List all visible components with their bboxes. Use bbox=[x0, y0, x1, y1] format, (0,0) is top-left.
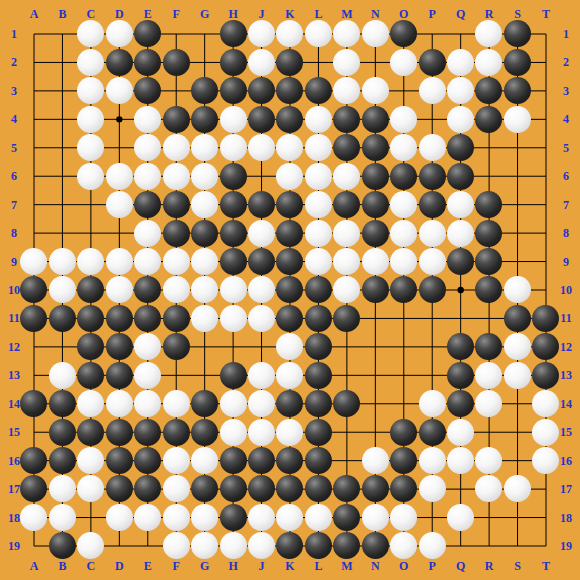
intersection-O5[interactable] bbox=[389, 134, 417, 162]
intersection-T14[interactable] bbox=[532, 389, 560, 417]
intersection-T5[interactable] bbox=[532, 134, 560, 162]
intersection-O19[interactable] bbox=[389, 532, 417, 560]
intersection-G3[interactable] bbox=[190, 77, 218, 105]
intersection-F16[interactable] bbox=[162, 446, 190, 474]
intersection-A2[interactable] bbox=[20, 48, 48, 76]
intersection-M2[interactable] bbox=[333, 48, 361, 76]
intersection-D7[interactable] bbox=[105, 190, 133, 218]
intersection-L13[interactable] bbox=[304, 361, 332, 389]
intersection-K17[interactable] bbox=[276, 475, 304, 503]
intersection-G6[interactable] bbox=[190, 162, 218, 190]
intersection-O18[interactable] bbox=[389, 503, 417, 531]
intersection-E6[interactable] bbox=[134, 162, 162, 190]
intersection-Q9[interactable] bbox=[446, 247, 474, 275]
intersection-A16[interactable] bbox=[20, 446, 48, 474]
intersection-L3[interactable] bbox=[304, 77, 332, 105]
intersection-H1[interactable] bbox=[219, 20, 247, 48]
intersection-S19[interactable] bbox=[503, 532, 531, 560]
intersection-S12[interactable] bbox=[503, 333, 531, 361]
intersection-L9[interactable] bbox=[304, 247, 332, 275]
intersection-M17[interactable] bbox=[333, 475, 361, 503]
intersection-T9[interactable] bbox=[532, 247, 560, 275]
intersection-K18[interactable] bbox=[276, 503, 304, 531]
intersection-P3[interactable] bbox=[418, 77, 446, 105]
intersection-S16[interactable] bbox=[503, 446, 531, 474]
intersection-K11[interactable] bbox=[276, 304, 304, 332]
intersection-D12[interactable] bbox=[105, 333, 133, 361]
intersection-L17[interactable] bbox=[304, 475, 332, 503]
intersection-O7[interactable] bbox=[389, 190, 417, 218]
intersection-N1[interactable] bbox=[361, 20, 389, 48]
intersection-C12[interactable] bbox=[77, 333, 105, 361]
intersection-T19[interactable] bbox=[532, 532, 560, 560]
intersection-N18[interactable] bbox=[361, 503, 389, 531]
intersection-A10[interactable] bbox=[20, 276, 48, 304]
intersection-G14[interactable] bbox=[190, 389, 218, 417]
intersection-F9[interactable] bbox=[162, 247, 190, 275]
intersection-P6[interactable] bbox=[418, 162, 446, 190]
intersection-M19[interactable] bbox=[333, 532, 361, 560]
intersection-J6[interactable] bbox=[247, 162, 275, 190]
intersection-M13[interactable] bbox=[333, 361, 361, 389]
intersection-H15[interactable] bbox=[219, 418, 247, 446]
intersection-D10[interactable] bbox=[105, 276, 133, 304]
intersection-N7[interactable] bbox=[361, 190, 389, 218]
intersection-T10[interactable] bbox=[532, 276, 560, 304]
intersection-D19[interactable] bbox=[105, 532, 133, 560]
intersection-T11[interactable] bbox=[532, 304, 560, 332]
intersection-R12[interactable] bbox=[475, 333, 503, 361]
intersection-F7[interactable] bbox=[162, 190, 190, 218]
intersection-S6[interactable] bbox=[503, 162, 531, 190]
intersection-L11[interactable] bbox=[304, 304, 332, 332]
intersection-J19[interactable] bbox=[247, 532, 275, 560]
intersection-B3[interactable] bbox=[48, 77, 76, 105]
intersection-S9[interactable] bbox=[503, 247, 531, 275]
intersection-T16[interactable] bbox=[532, 446, 560, 474]
intersection-G5[interactable] bbox=[190, 134, 218, 162]
intersection-S1[interactable] bbox=[503, 20, 531, 48]
intersection-N8[interactable] bbox=[361, 219, 389, 247]
intersection-H19[interactable] bbox=[219, 532, 247, 560]
intersection-D17[interactable] bbox=[105, 475, 133, 503]
intersection-T13[interactable] bbox=[532, 361, 560, 389]
intersection-P4[interactable] bbox=[418, 105, 446, 133]
intersection-O8[interactable] bbox=[389, 219, 417, 247]
intersection-M7[interactable] bbox=[333, 190, 361, 218]
intersection-Q17[interactable] bbox=[446, 475, 474, 503]
intersection-C8[interactable] bbox=[77, 219, 105, 247]
intersection-G1[interactable] bbox=[190, 20, 218, 48]
intersection-S17[interactable] bbox=[503, 475, 531, 503]
intersection-H7[interactable] bbox=[219, 190, 247, 218]
intersection-R17[interactable] bbox=[475, 475, 503, 503]
intersection-B10[interactable] bbox=[48, 276, 76, 304]
intersection-A19[interactable] bbox=[20, 532, 48, 560]
intersection-G4[interactable] bbox=[190, 105, 218, 133]
intersection-J13[interactable] bbox=[247, 361, 275, 389]
intersection-T12[interactable] bbox=[532, 333, 560, 361]
intersection-L12[interactable] bbox=[304, 333, 332, 361]
intersection-T1[interactable] bbox=[532, 20, 560, 48]
intersection-Q19[interactable] bbox=[446, 532, 474, 560]
intersection-G12[interactable] bbox=[190, 333, 218, 361]
intersection-A14[interactable] bbox=[20, 389, 48, 417]
intersection-E16[interactable] bbox=[134, 446, 162, 474]
intersection-R10[interactable] bbox=[475, 276, 503, 304]
intersection-C6[interactable] bbox=[77, 162, 105, 190]
intersection-J11[interactable] bbox=[247, 304, 275, 332]
intersection-S11[interactable] bbox=[503, 304, 531, 332]
intersection-F18[interactable] bbox=[162, 503, 190, 531]
intersection-E18[interactable] bbox=[134, 503, 162, 531]
intersection-Q13[interactable] bbox=[446, 361, 474, 389]
intersection-S15[interactable] bbox=[503, 418, 531, 446]
intersection-E11[interactable] bbox=[134, 304, 162, 332]
intersection-L1[interactable] bbox=[304, 20, 332, 48]
intersection-F10[interactable] bbox=[162, 276, 190, 304]
intersection-H17[interactable] bbox=[219, 475, 247, 503]
intersection-M16[interactable] bbox=[333, 446, 361, 474]
intersection-D9[interactable] bbox=[105, 247, 133, 275]
intersection-S3[interactable] bbox=[503, 77, 531, 105]
intersection-G15[interactable] bbox=[190, 418, 218, 446]
intersection-J9[interactable] bbox=[247, 247, 275, 275]
intersection-M4[interactable] bbox=[333, 105, 361, 133]
intersection-G8[interactable] bbox=[190, 219, 218, 247]
intersection-H11[interactable] bbox=[219, 304, 247, 332]
intersection-O6[interactable] bbox=[389, 162, 417, 190]
intersection-B18[interactable] bbox=[48, 503, 76, 531]
intersection-L15[interactable] bbox=[304, 418, 332, 446]
intersection-B14[interactable] bbox=[48, 389, 76, 417]
intersection-N4[interactable] bbox=[361, 105, 389, 133]
intersection-K19[interactable] bbox=[276, 532, 304, 560]
intersection-D15[interactable] bbox=[105, 418, 133, 446]
intersection-T4[interactable] bbox=[532, 105, 560, 133]
intersection-C3[interactable] bbox=[77, 77, 105, 105]
intersection-K3[interactable] bbox=[276, 77, 304, 105]
intersection-J18[interactable] bbox=[247, 503, 275, 531]
intersection-C13[interactable] bbox=[77, 361, 105, 389]
intersection-Q3[interactable] bbox=[446, 77, 474, 105]
intersection-K10[interactable] bbox=[276, 276, 304, 304]
intersection-B13[interactable] bbox=[48, 361, 76, 389]
intersection-H5[interactable] bbox=[219, 134, 247, 162]
intersection-P9[interactable] bbox=[418, 247, 446, 275]
intersection-K15[interactable] bbox=[276, 418, 304, 446]
intersection-R5[interactable] bbox=[475, 134, 503, 162]
intersection-N13[interactable] bbox=[361, 361, 389, 389]
intersection-M11[interactable] bbox=[333, 304, 361, 332]
intersection-S14[interactable] bbox=[503, 389, 531, 417]
intersection-A7[interactable] bbox=[20, 190, 48, 218]
intersection-R15[interactable] bbox=[475, 418, 503, 446]
intersection-H13[interactable] bbox=[219, 361, 247, 389]
intersection-A12[interactable] bbox=[20, 333, 48, 361]
intersection-C15[interactable] bbox=[77, 418, 105, 446]
intersection-C11[interactable] bbox=[77, 304, 105, 332]
intersection-G17[interactable] bbox=[190, 475, 218, 503]
intersection-N15[interactable] bbox=[361, 418, 389, 446]
intersection-R9[interactable] bbox=[475, 247, 503, 275]
intersection-D2[interactable] bbox=[105, 48, 133, 76]
intersection-A17[interactable] bbox=[20, 475, 48, 503]
intersection-A18[interactable] bbox=[20, 503, 48, 531]
intersection-L19[interactable] bbox=[304, 532, 332, 560]
intersection-C2[interactable] bbox=[77, 48, 105, 76]
intersection-K13[interactable] bbox=[276, 361, 304, 389]
intersection-B5[interactable] bbox=[48, 134, 76, 162]
intersection-K12[interactable] bbox=[276, 333, 304, 361]
intersection-O11[interactable] bbox=[389, 304, 417, 332]
intersection-Q11[interactable] bbox=[446, 304, 474, 332]
intersection-K8[interactable] bbox=[276, 219, 304, 247]
intersection-S2[interactable] bbox=[503, 48, 531, 76]
intersection-F12[interactable] bbox=[162, 333, 190, 361]
intersection-C4[interactable] bbox=[77, 105, 105, 133]
intersection-H9[interactable] bbox=[219, 247, 247, 275]
intersection-D13[interactable] bbox=[105, 361, 133, 389]
intersection-L16[interactable] bbox=[304, 446, 332, 474]
intersection-L18[interactable] bbox=[304, 503, 332, 531]
intersection-G9[interactable] bbox=[190, 247, 218, 275]
intersection-B6[interactable] bbox=[48, 162, 76, 190]
intersection-O13[interactable] bbox=[389, 361, 417, 389]
intersection-M10[interactable] bbox=[333, 276, 361, 304]
intersection-B7[interactable] bbox=[48, 190, 76, 218]
intersection-A9[interactable] bbox=[20, 247, 48, 275]
intersection-H4[interactable] bbox=[219, 105, 247, 133]
intersection-F11[interactable] bbox=[162, 304, 190, 332]
intersection-P19[interactable] bbox=[418, 532, 446, 560]
intersection-O2[interactable] bbox=[389, 48, 417, 76]
intersection-T7[interactable] bbox=[532, 190, 560, 218]
intersection-P11[interactable] bbox=[418, 304, 446, 332]
intersection-G7[interactable] bbox=[190, 190, 218, 218]
intersection-N14[interactable] bbox=[361, 389, 389, 417]
intersection-H8[interactable] bbox=[219, 219, 247, 247]
intersection-T2[interactable] bbox=[532, 48, 560, 76]
intersection-B16[interactable] bbox=[48, 446, 76, 474]
intersection-S5[interactable] bbox=[503, 134, 531, 162]
intersection-E5[interactable] bbox=[134, 134, 162, 162]
intersection-F19[interactable] bbox=[162, 532, 190, 560]
intersection-L2[interactable] bbox=[304, 48, 332, 76]
intersection-K16[interactable] bbox=[276, 446, 304, 474]
intersection-D3[interactable] bbox=[105, 77, 133, 105]
intersection-R2[interactable] bbox=[475, 48, 503, 76]
intersection-Q14[interactable] bbox=[446, 389, 474, 417]
intersection-R8[interactable] bbox=[475, 219, 503, 247]
intersection-N16[interactable] bbox=[361, 446, 389, 474]
intersection-T3[interactable] bbox=[532, 77, 560, 105]
intersection-R13[interactable] bbox=[475, 361, 503, 389]
intersection-C7[interactable] bbox=[77, 190, 105, 218]
intersection-D5[interactable] bbox=[105, 134, 133, 162]
intersection-H2[interactable] bbox=[219, 48, 247, 76]
intersection-Q2[interactable] bbox=[446, 48, 474, 76]
intersection-C5[interactable] bbox=[77, 134, 105, 162]
intersection-A13[interactable] bbox=[20, 361, 48, 389]
intersection-E19[interactable] bbox=[134, 532, 162, 560]
intersection-P5[interactable] bbox=[418, 134, 446, 162]
intersection-L5[interactable] bbox=[304, 134, 332, 162]
intersection-B2[interactable] bbox=[48, 48, 76, 76]
intersection-G13[interactable] bbox=[190, 361, 218, 389]
intersection-Q7[interactable] bbox=[446, 190, 474, 218]
intersection-B17[interactable] bbox=[48, 475, 76, 503]
intersection-M15[interactable] bbox=[333, 418, 361, 446]
intersection-O9[interactable] bbox=[389, 247, 417, 275]
intersection-P1[interactable] bbox=[418, 20, 446, 48]
intersection-M8[interactable] bbox=[333, 219, 361, 247]
intersection-S10[interactable] bbox=[503, 276, 531, 304]
intersection-J17[interactable] bbox=[247, 475, 275, 503]
intersection-C16[interactable] bbox=[77, 446, 105, 474]
intersection-E4[interactable] bbox=[134, 105, 162, 133]
intersection-S4[interactable] bbox=[503, 105, 531, 133]
intersection-B4[interactable] bbox=[48, 105, 76, 133]
intersection-H18[interactable] bbox=[219, 503, 247, 531]
intersection-H10[interactable] bbox=[219, 276, 247, 304]
intersection-B9[interactable] bbox=[48, 247, 76, 275]
intersection-L10[interactable] bbox=[304, 276, 332, 304]
intersection-J2[interactable] bbox=[247, 48, 275, 76]
intersection-T18[interactable] bbox=[532, 503, 560, 531]
intersection-M1[interactable] bbox=[333, 20, 361, 48]
intersection-M18[interactable] bbox=[333, 503, 361, 531]
intersection-E9[interactable] bbox=[134, 247, 162, 275]
intersection-K14[interactable] bbox=[276, 389, 304, 417]
intersection-N3[interactable] bbox=[361, 77, 389, 105]
intersection-G19[interactable] bbox=[190, 532, 218, 560]
intersection-P7[interactable] bbox=[418, 190, 446, 218]
intersection-J5[interactable] bbox=[247, 134, 275, 162]
intersection-B12[interactable] bbox=[48, 333, 76, 361]
intersection-A4[interactable] bbox=[20, 105, 48, 133]
intersection-E13[interactable] bbox=[134, 361, 162, 389]
intersection-O4[interactable] bbox=[389, 105, 417, 133]
intersection-F5[interactable] bbox=[162, 134, 190, 162]
intersection-C19[interactable] bbox=[77, 532, 105, 560]
intersection-J3[interactable] bbox=[247, 77, 275, 105]
intersection-S13[interactable] bbox=[503, 361, 531, 389]
intersection-O14[interactable] bbox=[389, 389, 417, 417]
intersection-P14[interactable] bbox=[418, 389, 446, 417]
intersection-O3[interactable] bbox=[389, 77, 417, 105]
intersection-E2[interactable] bbox=[134, 48, 162, 76]
intersection-E1[interactable] bbox=[134, 20, 162, 48]
intersection-A1[interactable] bbox=[20, 20, 48, 48]
intersection-G2[interactable] bbox=[190, 48, 218, 76]
intersection-L8[interactable] bbox=[304, 219, 332, 247]
intersection-F14[interactable] bbox=[162, 389, 190, 417]
intersection-E12[interactable] bbox=[134, 333, 162, 361]
intersection-S7[interactable] bbox=[503, 190, 531, 218]
intersection-P17[interactable] bbox=[418, 475, 446, 503]
intersection-F3[interactable] bbox=[162, 77, 190, 105]
intersection-Q8[interactable] bbox=[446, 219, 474, 247]
intersection-R3[interactable] bbox=[475, 77, 503, 105]
intersection-A15[interactable] bbox=[20, 418, 48, 446]
intersection-J7[interactable] bbox=[247, 190, 275, 218]
intersection-Q5[interactable] bbox=[446, 134, 474, 162]
intersection-N11[interactable] bbox=[361, 304, 389, 332]
intersection-B11[interactable] bbox=[48, 304, 76, 332]
intersection-F4[interactable] bbox=[162, 105, 190, 133]
intersection-P12[interactable] bbox=[418, 333, 446, 361]
intersection-J12[interactable] bbox=[247, 333, 275, 361]
intersection-D1[interactable] bbox=[105, 20, 133, 48]
intersection-E10[interactable] bbox=[134, 276, 162, 304]
intersection-H6[interactable] bbox=[219, 162, 247, 190]
intersection-N10[interactable] bbox=[361, 276, 389, 304]
intersection-E14[interactable] bbox=[134, 389, 162, 417]
intersection-C17[interactable] bbox=[77, 475, 105, 503]
intersection-N19[interactable] bbox=[361, 532, 389, 560]
intersection-D11[interactable] bbox=[105, 304, 133, 332]
intersection-A11[interactable] bbox=[20, 304, 48, 332]
intersection-G11[interactable] bbox=[190, 304, 218, 332]
intersection-T15[interactable] bbox=[532, 418, 560, 446]
intersection-A6[interactable] bbox=[20, 162, 48, 190]
intersection-J16[interactable] bbox=[247, 446, 275, 474]
intersection-E15[interactable] bbox=[134, 418, 162, 446]
intersection-N6[interactable] bbox=[361, 162, 389, 190]
intersection-E17[interactable] bbox=[134, 475, 162, 503]
intersection-Q18[interactable] bbox=[446, 503, 474, 531]
intersection-N2[interactable] bbox=[361, 48, 389, 76]
intersection-P18[interactable] bbox=[418, 503, 446, 531]
intersection-P16[interactable] bbox=[418, 446, 446, 474]
intersection-M5[interactable] bbox=[333, 134, 361, 162]
intersection-F13[interactable] bbox=[162, 361, 190, 389]
intersection-T8[interactable] bbox=[532, 219, 560, 247]
intersection-P2[interactable] bbox=[418, 48, 446, 76]
intersection-J14[interactable] bbox=[247, 389, 275, 417]
intersection-M6[interactable] bbox=[333, 162, 361, 190]
intersection-M12[interactable] bbox=[333, 333, 361, 361]
intersection-G10[interactable] bbox=[190, 276, 218, 304]
intersection-M14[interactable] bbox=[333, 389, 361, 417]
intersection-F2[interactable] bbox=[162, 48, 190, 76]
intersection-G16[interactable] bbox=[190, 446, 218, 474]
intersection-F8[interactable] bbox=[162, 219, 190, 247]
intersection-J4[interactable] bbox=[247, 105, 275, 133]
intersection-Q6[interactable] bbox=[446, 162, 474, 190]
intersection-R16[interactable] bbox=[475, 446, 503, 474]
intersection-F17[interactable] bbox=[162, 475, 190, 503]
intersection-T6[interactable] bbox=[532, 162, 560, 190]
intersection-H3[interactable] bbox=[219, 77, 247, 105]
intersection-P13[interactable] bbox=[418, 361, 446, 389]
intersection-J8[interactable] bbox=[247, 219, 275, 247]
intersection-Q16[interactable] bbox=[446, 446, 474, 474]
intersection-H12[interactable] bbox=[219, 333, 247, 361]
intersection-O16[interactable] bbox=[389, 446, 417, 474]
intersection-L6[interactable] bbox=[304, 162, 332, 190]
intersection-O12[interactable] bbox=[389, 333, 417, 361]
intersection-B1[interactable] bbox=[48, 20, 76, 48]
intersection-R18[interactable] bbox=[475, 503, 503, 531]
intersection-Q4[interactable] bbox=[446, 105, 474, 133]
intersection-C14[interactable] bbox=[77, 389, 105, 417]
intersection-J10[interactable] bbox=[247, 276, 275, 304]
intersection-D4[interactable] bbox=[105, 105, 133, 133]
intersection-K5[interactable] bbox=[276, 134, 304, 162]
intersection-R4[interactable] bbox=[475, 105, 503, 133]
